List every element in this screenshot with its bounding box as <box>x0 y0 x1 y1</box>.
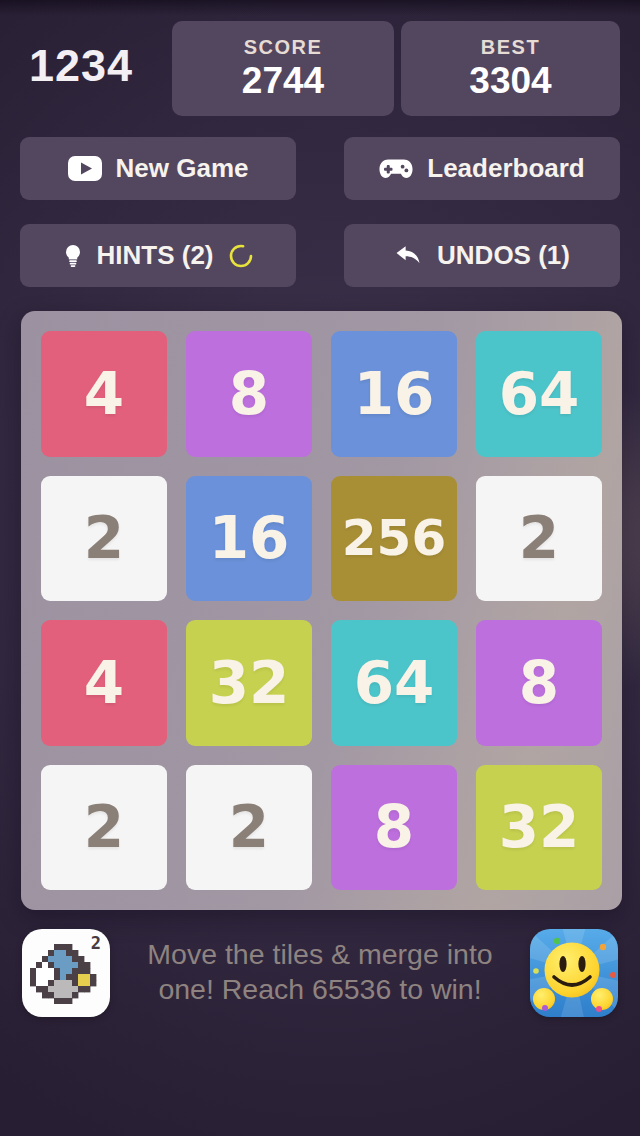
tile-256-r2c3: 256 <box>331 476 457 602</box>
best-label: BEST <box>481 36 540 59</box>
banner-line-2: one! Reach 65536 to win! <box>116 972 524 1007</box>
tile-4-r1c1: 4 <box>41 331 167 457</box>
tile-8-r1c2: 8 <box>186 331 312 457</box>
hint-ring-icon <box>228 243 254 269</box>
tile-grid: 481664216256243264822832 <box>41 331 602 890</box>
score-label: SCORE <box>244 36 323 59</box>
flappy-bird-app-icon[interactable]: 2 <box>22 929 110 1017</box>
banner-text: Move the tiles & merge into one! Reach 6… <box>116 937 524 1007</box>
play-icon <box>68 156 102 181</box>
leaderboard-button[interactable]: Leaderboard <box>344 137 620 200</box>
tile-8-r4c3: 8 <box>331 765 457 891</box>
leaderboard-label: Leaderboard <box>427 153 585 184</box>
bird-badge: 2 <box>91 933 101 953</box>
undos-button[interactable]: UNDOS (1) <box>344 224 620 287</box>
smiley-app-icon[interactable] <box>530 929 618 1017</box>
tile-2-r2c4: 2 <box>476 476 602 602</box>
app-screen: 1234 SCORE 2744 BEST 3304 New Game Leade <box>0 0 640 1136</box>
tile-64-r1c4: 64 <box>476 331 602 457</box>
game-board[interactable]: 481664216256243264822832 <box>21 311 622 910</box>
new-game-button[interactable]: New Game <box>20 137 296 200</box>
score-box: SCORE 2744 <box>172 21 394 116</box>
tile-2-r4c2: 2 <box>186 765 312 891</box>
best-box: BEST 3304 <box>401 21 620 116</box>
hints-label: HINTS (2) <box>97 240 214 271</box>
score-value: 2744 <box>242 60 324 102</box>
tile-64-r3c3: 64 <box>331 620 457 746</box>
tile-32-r4c4: 32 <box>476 765 602 891</box>
lightbulb-icon <box>63 244 83 268</box>
tile-2-r2c1: 2 <box>41 476 167 602</box>
tile-16-r2c2: 16 <box>186 476 312 602</box>
undo-arrow-icon <box>394 245 423 266</box>
banner-line-1: Move the tiles & merge into <box>116 937 524 972</box>
hints-button[interactable]: HINTS (2) <box>20 224 296 287</box>
new-game-label: New Game <box>116 153 249 184</box>
tile-8-r3c4: 8 <box>476 620 602 746</box>
best-value: 3304 <box>469 60 551 102</box>
tile-32-r3c2: 32 <box>186 620 312 746</box>
tile-16-r1c3: 16 <box>331 331 457 457</box>
undos-label: UNDOS (1) <box>437 240 570 271</box>
title-counter: 1234 <box>16 30 146 102</box>
gamepad-icon <box>379 156 413 182</box>
tile-4-r3c1: 4 <box>41 620 167 746</box>
tile-2-r4c1: 2 <box>41 765 167 891</box>
